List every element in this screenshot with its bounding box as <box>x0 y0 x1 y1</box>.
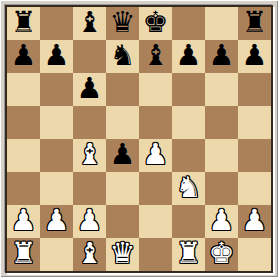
chess-diagram-window: ♜♝♛♚♜♟♟♞♝♟♟♟♟♝♟♟♞♟♟♟♟♟♜♝♛♜♚ <box>0 0 278 277</box>
square-b1[interactable] <box>40 238 73 271</box>
piece-white-pawn[interactable]: ♟ <box>11 205 37 237</box>
piece-black-pawn[interactable]: ♟ <box>77 73 103 105</box>
square-f3[interactable]: ♞ <box>172 172 205 205</box>
square-d1[interactable]: ♛ <box>106 238 139 271</box>
square-c2[interactable]: ♟ <box>73 205 106 238</box>
square-g4[interactable] <box>205 139 238 172</box>
square-d8[interactable]: ♛ <box>106 7 139 40</box>
square-a4[interactable] <box>7 139 40 172</box>
square-h5[interactable] <box>238 106 271 139</box>
piece-black-pawn[interactable]: ♟ <box>176 40 202 72</box>
piece-white-knight[interactable]: ♞ <box>176 172 202 204</box>
square-g6[interactable] <box>205 73 238 106</box>
board-frame: ♜♝♛♚♜♟♟♞♝♟♟♟♟♝♟♟♞♟♟♟♟♟♜♝♛♜♚ <box>5 5 273 273</box>
square-b8[interactable] <box>40 7 73 40</box>
square-b3[interactable] <box>40 172 73 205</box>
piece-black-bishop[interactable]: ♝ <box>143 40 169 72</box>
square-h3[interactable] <box>238 172 271 205</box>
square-a8[interactable]: ♜ <box>7 7 40 40</box>
square-a7[interactable]: ♟ <box>7 40 40 73</box>
piece-black-queen[interactable]: ♛ <box>110 7 136 39</box>
piece-black-rook[interactable]: ♜ <box>242 7 268 39</box>
square-e2[interactable] <box>139 205 172 238</box>
square-h6[interactable] <box>238 73 271 106</box>
piece-black-knight[interactable]: ♞ <box>110 40 136 72</box>
square-h1[interactable] <box>238 238 271 271</box>
square-d2[interactable] <box>106 205 139 238</box>
square-c8[interactable]: ♝ <box>73 7 106 40</box>
square-h4[interactable] <box>238 139 271 172</box>
square-f1[interactable]: ♜ <box>172 238 205 271</box>
square-f4[interactable] <box>172 139 205 172</box>
square-g7[interactable]: ♟ <box>205 40 238 73</box>
square-g5[interactable] <box>205 106 238 139</box>
square-g3[interactable] <box>205 172 238 205</box>
square-c5[interactable] <box>73 106 106 139</box>
square-e3[interactable] <box>139 172 172 205</box>
piece-black-king[interactable]: ♚ <box>143 7 169 39</box>
chess-board: ♜♝♛♚♜♟♟♞♝♟♟♟♟♝♟♟♞♟♟♟♟♟♜♝♛♜♚ <box>7 7 271 271</box>
square-d4[interactable]: ♟ <box>106 139 139 172</box>
piece-black-pawn[interactable]: ♟ <box>11 40 37 72</box>
square-h8[interactable]: ♜ <box>238 7 271 40</box>
square-c6[interactable]: ♟ <box>73 73 106 106</box>
square-g1[interactable]: ♚ <box>205 238 238 271</box>
square-f8[interactable] <box>172 7 205 40</box>
piece-white-pawn[interactable]: ♟ <box>143 139 169 171</box>
square-c3[interactable] <box>73 172 106 205</box>
piece-black-pawn[interactable]: ♟ <box>44 40 70 72</box>
square-e7[interactable]: ♝ <box>139 40 172 73</box>
square-a3[interactable] <box>7 172 40 205</box>
square-c4[interactable]: ♝ <box>73 139 106 172</box>
piece-white-queen[interactable]: ♛ <box>110 238 136 270</box>
piece-black-pawn[interactable]: ♟ <box>242 40 268 72</box>
square-e5[interactable] <box>139 106 172 139</box>
square-b6[interactable] <box>40 73 73 106</box>
square-g8[interactable] <box>205 7 238 40</box>
square-d7[interactable]: ♞ <box>106 40 139 73</box>
piece-white-pawn[interactable]: ♟ <box>209 205 235 237</box>
square-f5[interactable] <box>172 106 205 139</box>
square-f7[interactable]: ♟ <box>172 40 205 73</box>
square-d3[interactable] <box>106 172 139 205</box>
piece-white-pawn[interactable]: ♟ <box>44 205 70 237</box>
square-a5[interactable] <box>7 106 40 139</box>
piece-black-pawn[interactable]: ♟ <box>110 139 136 171</box>
piece-white-king[interactable]: ♚ <box>209 238 235 270</box>
square-g2[interactable]: ♟ <box>205 205 238 238</box>
piece-black-rook[interactable]: ♜ <box>11 7 37 39</box>
square-b4[interactable] <box>40 139 73 172</box>
square-a1[interactable]: ♜ <box>7 238 40 271</box>
piece-white-bishop[interactable]: ♝ <box>77 238 103 270</box>
square-f2[interactable] <box>172 205 205 238</box>
square-a6[interactable] <box>7 73 40 106</box>
square-h2[interactable]: ♟ <box>238 205 271 238</box>
piece-black-pawn[interactable]: ♟ <box>209 40 235 72</box>
square-e1[interactable] <box>139 238 172 271</box>
square-h7[interactable]: ♟ <box>238 40 271 73</box>
square-d6[interactable] <box>106 73 139 106</box>
square-b2[interactable]: ♟ <box>40 205 73 238</box>
piece-white-rook[interactable]: ♜ <box>176 238 202 270</box>
square-c7[interactable] <box>73 40 106 73</box>
square-a2[interactable]: ♟ <box>7 205 40 238</box>
square-e8[interactable]: ♚ <box>139 7 172 40</box>
piece-white-pawn[interactable]: ♟ <box>77 205 103 237</box>
square-b7[interactable]: ♟ <box>40 40 73 73</box>
square-e6[interactable] <box>139 73 172 106</box>
square-b5[interactable] <box>40 106 73 139</box>
square-c1[interactable]: ♝ <box>73 238 106 271</box>
piece-white-bishop[interactable]: ♝ <box>77 139 103 171</box>
square-d5[interactable] <box>106 106 139 139</box>
square-e4[interactable]: ♟ <box>139 139 172 172</box>
piece-white-rook[interactable]: ♜ <box>11 238 37 270</box>
piece-white-pawn[interactable]: ♟ <box>242 205 268 237</box>
square-f6[interactable] <box>172 73 205 106</box>
piece-black-bishop[interactable]: ♝ <box>77 7 103 39</box>
